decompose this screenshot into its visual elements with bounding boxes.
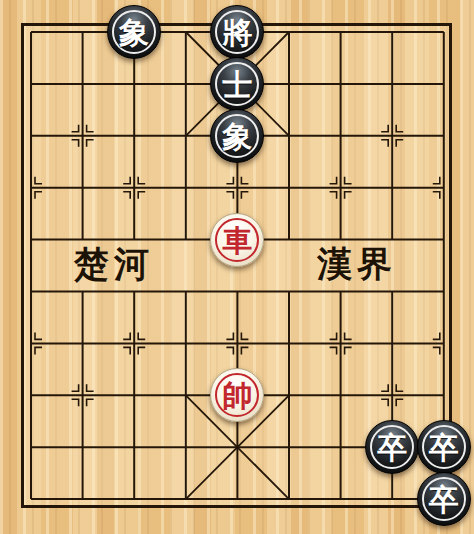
piece-black-elephant-left[interactable]: 象 [107,5,161,59]
piece-black-general[interactable]: 將 [210,5,264,59]
piece-black-pawn-2[interactable]: 卒 [417,420,471,474]
piece-black-pawn-1[interactable]: 卒 [365,420,419,474]
piece-glyph: 士 [222,70,252,100]
piece-glyph: 帥 [222,381,252,411]
piece-red-chariot[interactable]: 車 [210,213,264,267]
xiangqi-board[interactable]: 象將士象車帥卒卒卒 [5,6,470,525]
piece-glyph: 車 [222,226,252,256]
piece-glyph: 將 [222,18,252,48]
piece-red-general[interactable]: 帥 [210,368,264,422]
piece-black-advisor[interactable]: 士 [210,57,264,111]
piece-black-elephant-right[interactable]: 象 [210,109,264,163]
xiangqi-app: 楚河 漢界 象將士象車帥卒卒卒 [0,0,474,534]
piece-glyph: 卒 [429,485,459,515]
piece-glyph: 卒 [429,433,459,463]
piece-black-pawn-3[interactable]: 卒 [417,472,471,526]
piece-glyph: 象 [222,122,252,152]
piece-glyph: 象 [119,18,149,48]
piece-glyph: 卒 [377,433,407,463]
